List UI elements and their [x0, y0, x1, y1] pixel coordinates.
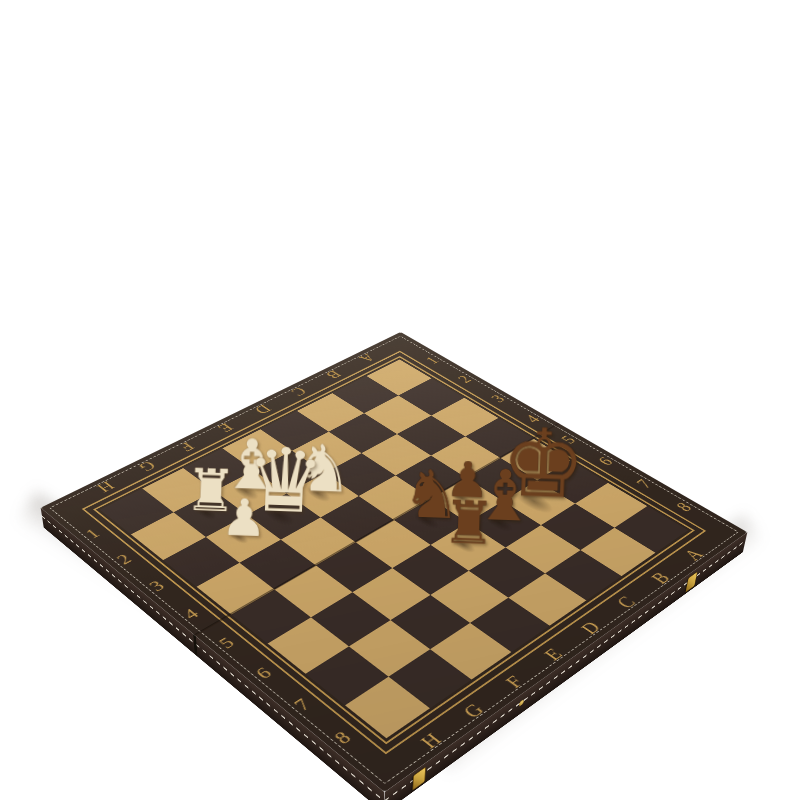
square-f6[interactable] [352, 568, 430, 620]
square-e7[interactable] [430, 571, 508, 623]
black-rook-glyph: ♜ [427, 498, 510, 548]
black-rook[interactable]: ♜ [427, 498, 510, 548]
square-f4[interactable] [281, 517, 356, 565]
white-pawn-glyph: ♟ [203, 496, 286, 540]
square-e8[interactable] [470, 598, 550, 652]
square-f7[interactable] [391, 595, 471, 649]
chess-board: AABBCCDDEEFFGGHH1122334455667788♜♝♛♞♟♚♝♜… [41, 332, 748, 792]
square-g4[interactable] [240, 540, 316, 590]
square-f8[interactable] [430, 623, 511, 680]
square-b8[interactable] [580, 528, 655, 576]
square-c8[interactable] [545, 550, 621, 600]
square-c7[interactable] [506, 525, 581, 573]
square-h7[interactable] [306, 646, 389, 705]
square-g8[interactable] [389, 649, 472, 708]
square-h2[interactable] [131, 512, 206, 560]
brass-clasp[interactable] [685, 571, 697, 592]
product-photo: AABBCCDDEEFFGGHH1122334455667788♜♝♛♞♟♚♝♜… [0, 0, 800, 800]
square-h6[interactable] [268, 617, 349, 673]
white-pawn[interactable]: ♟ [203, 496, 286, 540]
square-e6[interactable] [392, 545, 468, 595]
brass-stud [519, 699, 524, 707]
square-h4[interactable] [197, 563, 275, 615]
square-d7[interactable] [469, 547, 545, 597]
square-h8[interactable] [345, 677, 430, 739]
board-surface [41, 332, 748, 792]
square-g5[interactable] [275, 565, 353, 617]
square-h5[interactable] [231, 589, 311, 643]
square-g6[interactable] [311, 592, 391, 646]
brass-clasp[interactable] [412, 766, 426, 790]
square-g7[interactable] [349, 620, 430, 677]
square-f5[interactable] [316, 542, 392, 592]
square-d8[interactable] [508, 573, 586, 625]
square-e5[interactable] [356, 520, 431, 568]
square-h3[interactable] [163, 537, 239, 587]
